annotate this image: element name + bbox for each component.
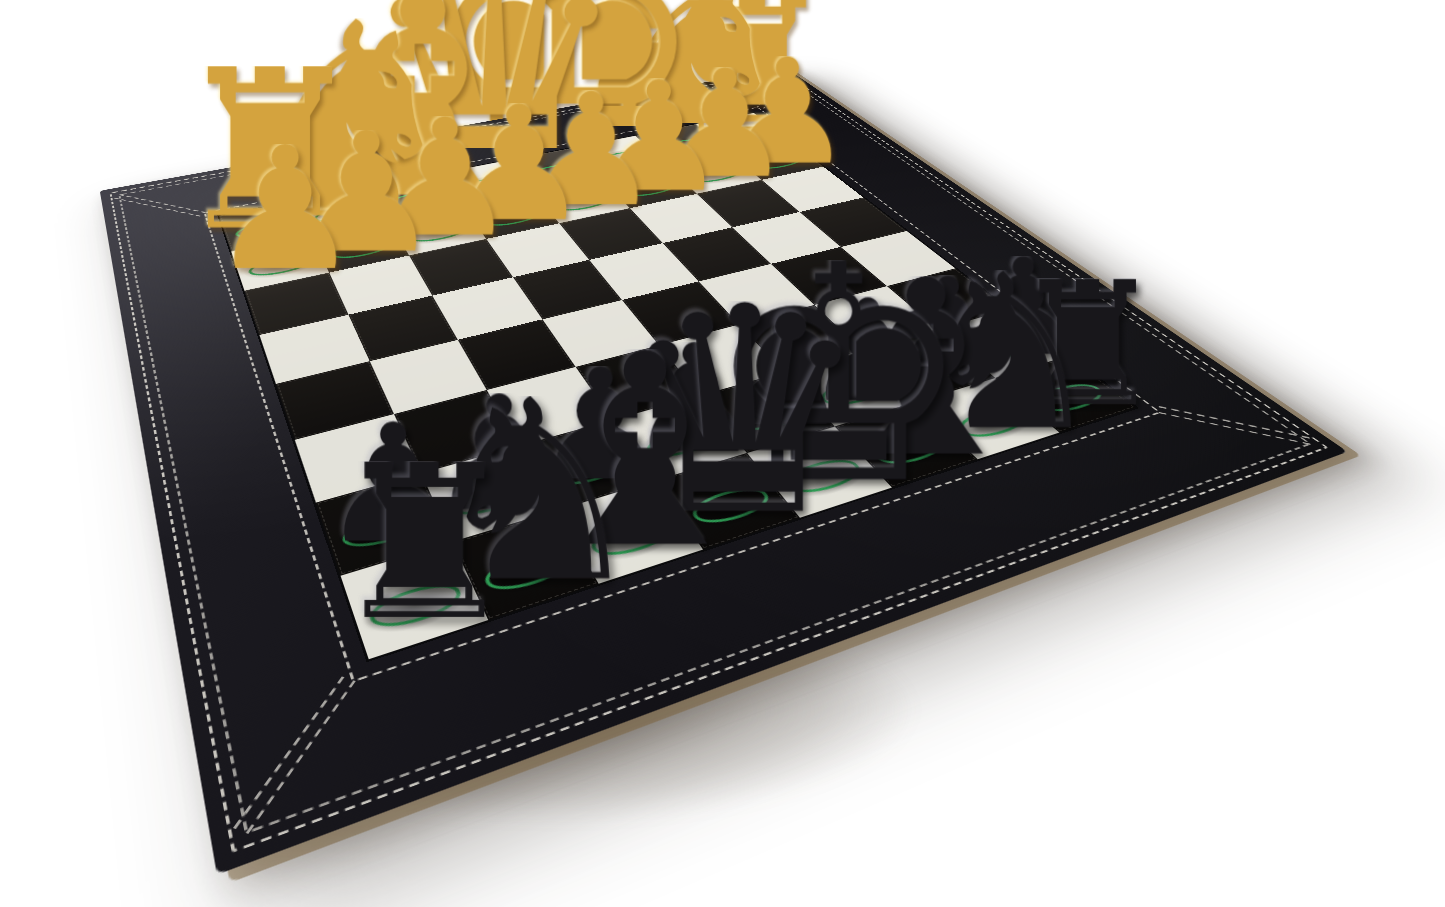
- square-a8: ♜: [340, 542, 487, 660]
- square-a2: ♟: [231, 235, 329, 291]
- white-pawn-piece: ♟: [209, 144, 361, 276]
- board-grid: ♜♞♝♛♚♝♞♜♟♟♟♟♟♟♟♟♟♟♟♟♟♟♟♟♜♞♝♛♚♝♞♜: [219, 113, 1136, 659]
- corner-seam-stitching: [233, 676, 356, 834]
- chess-set-photo: ♜♞♝♛♚♝♞♜♟♟♟♟♟♟♟♟♟♟♟♟♟♟♟♟♜♞♝♛♚♝♞♜: [0, 0, 1445, 907]
- corner-seam-stitching: [1159, 406, 1311, 445]
- black-rook-piece: ♜: [329, 461, 520, 627]
